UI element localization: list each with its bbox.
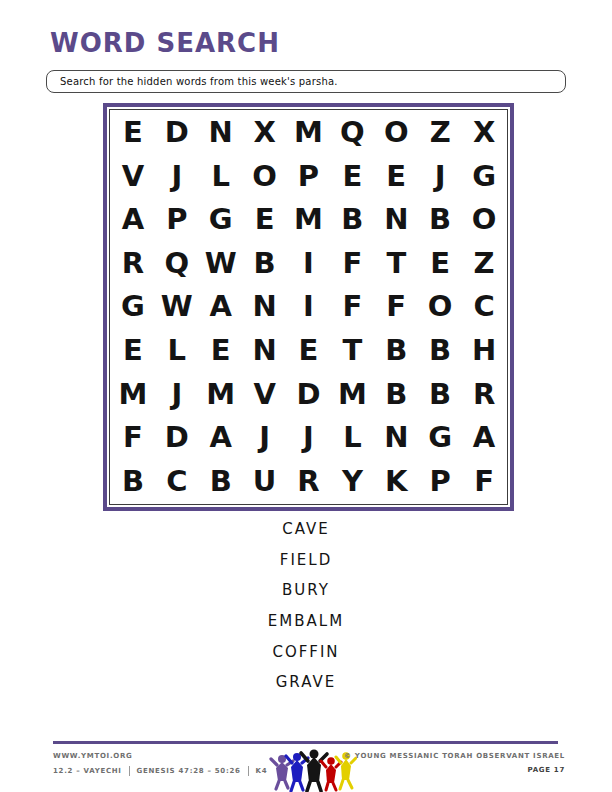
grid-cell-r2c1[interactable]: V (111, 155, 155, 199)
grid-cell-r5c6[interactable]: F (330, 285, 374, 329)
word-item-grave: GRAVE (0, 667, 612, 698)
word-item-field: FIELD (0, 545, 612, 576)
grid-cell-r4c8[interactable]: E (418, 242, 462, 286)
grid-cell-r4c1[interactable]: R (111, 242, 155, 286)
grid-cell-r9c3[interactable]: B (199, 459, 243, 503)
grid-cell-r8c5[interactable]: J (287, 416, 331, 460)
grid-cell-r4c3[interactable]: W (199, 242, 243, 286)
footer-scripture: GENESIS 47:28 – 50:26 (137, 767, 241, 775)
grid-cell-r7c4[interactable]: V (243, 372, 287, 416)
worksheet-page: WORD SEARCH Search for the hidden words … (0, 0, 612, 792)
grid-cell-r9c5[interactable]: R (287, 459, 331, 503)
grid-cell-r7c7[interactable]: B (374, 372, 418, 416)
grid-cell-r8c3[interactable]: A (199, 416, 243, 460)
grid-cell-r4c7[interactable]: T (374, 242, 418, 286)
page-title: WORD SEARCH (50, 28, 280, 58)
grid-cell-r9c8[interactable]: P (418, 459, 462, 503)
grid-cell-r6c2[interactable]: L (155, 329, 199, 373)
grid-cell-r8c7[interactable]: N (374, 416, 418, 460)
grid-cell-r3c2[interactable]: P (155, 198, 199, 242)
grid-cell-r1c1[interactable]: E (111, 111, 155, 155)
grid-cell-r1c9[interactable]: X (462, 111, 506, 155)
footer-left: WWW.YMTOI.ORG 12.2 – VAYECHI GENESIS 47:… (53, 752, 267, 776)
grid-cell-r4c5[interactable]: I (287, 242, 331, 286)
footer-lesson: 12.2 – VAYECHI (53, 767, 122, 775)
grid-cell-r3c7[interactable]: N (374, 198, 418, 242)
grid-cell-r3c1[interactable]: A (111, 198, 155, 242)
grid-cell-r6c6[interactable]: T (330, 329, 374, 373)
grid-cell-r8c4[interactable]: J (243, 416, 287, 460)
grid-cell-r6c3[interactable]: E (199, 329, 243, 373)
grid-cell-r1c3[interactable]: N (199, 111, 243, 155)
logo-figure-red (321, 757, 341, 790)
grid-cell-r5c2[interactable]: W (155, 285, 199, 329)
grid-cell-r2c3[interactable]: L (199, 155, 243, 199)
word-item-cave: CAVE (0, 514, 612, 545)
grid-cell-r7c6[interactable]: M (330, 372, 374, 416)
grid-cell-r5c7[interactable]: F (374, 285, 418, 329)
footer-divider (53, 741, 558, 744)
logo-figure-black (301, 750, 327, 792)
grid-cell-r5c3[interactable]: A (199, 285, 243, 329)
footer-right: © YOUNG MESSIANIC TORAH OBSERVANT ISRAEL… (344, 752, 565, 774)
grid-cell-r4c4[interactable]: B (243, 242, 287, 286)
grid-cell-r7c1[interactable]: M (111, 372, 155, 416)
grid-cell-r9c9[interactable]: F (462, 459, 506, 503)
grid-cell-r3c9[interactable]: O (462, 198, 506, 242)
word-search-board: EDNXMQOZXVJLOPEEJGAPGEMBNBORQWBIFTEZGWAN… (103, 103, 514, 511)
footer-separator (248, 766, 249, 776)
grid-cell-r1c8[interactable]: Z (418, 111, 462, 155)
word-item-embalm: EMBALM (0, 606, 612, 637)
grid-cell-r4c6[interactable]: F (330, 242, 374, 286)
grid-cell-r1c5[interactable]: M (287, 111, 331, 155)
grid-cell-r6c1[interactable]: E (111, 329, 155, 373)
grid-cell-r2c5[interactable]: P (287, 155, 331, 199)
word-grid: EDNXMQOZXVJLOPEEJGAPGEMBNBORQWBIFTEZGWAN… (111, 111, 506, 503)
grid-cell-r1c4[interactable]: X (243, 111, 287, 155)
grid-cell-r9c2[interactable]: C (155, 459, 199, 503)
grid-cell-r8c6[interactable]: L (330, 416, 374, 460)
grid-cell-r2c8[interactable]: J (418, 155, 462, 199)
footer-copyright: © YOUNG MESSIANIC TORAH OBSERVANT ISRAEL (344, 752, 565, 760)
grid-cell-r1c7[interactable]: O (374, 111, 418, 155)
grid-cell-r7c5[interactable]: D (287, 372, 331, 416)
grid-cell-r2c9[interactable]: G (462, 155, 506, 199)
grid-cell-r6c8[interactable]: B (418, 329, 462, 373)
grid-cell-r6c5[interactable]: E (287, 329, 331, 373)
grid-cell-r7c2[interactable]: J (155, 372, 199, 416)
instruction-box: Search for the hidden words from this we… (46, 70, 566, 93)
grid-cell-r5c4[interactable]: N (243, 285, 287, 329)
grid-cell-r3c3[interactable]: G (199, 198, 243, 242)
grid-cell-r3c8[interactable]: B (418, 198, 462, 242)
grid-cell-r6c7[interactable]: B (374, 329, 418, 373)
grid-cell-r2c7[interactable]: E (374, 155, 418, 199)
grid-cell-r9c7[interactable]: K (374, 459, 418, 503)
grid-cell-r3c5[interactable]: M (287, 198, 331, 242)
grid-cell-r8c8[interactable]: G (418, 416, 462, 460)
grid-cell-r4c9[interactable]: Z (462, 242, 506, 286)
footer-page-number: PAGE 17 (344, 766, 565, 774)
grid-cell-r2c6[interactable]: E (330, 155, 374, 199)
grid-cell-r2c4[interactable]: O (243, 155, 287, 199)
grid-cell-r7c3[interactable]: M (199, 372, 243, 416)
grid-cell-r8c1[interactable]: F (111, 416, 155, 460)
instruction-text: Search for the hidden words from this we… (60, 76, 338, 87)
grid-cell-r5c8[interactable]: O (418, 285, 462, 329)
grid-cell-r3c4[interactable]: E (243, 198, 287, 242)
grid-cell-r4c2[interactable]: Q (155, 242, 199, 286)
word-item-coffin: COFFIN (0, 636, 612, 667)
grid-cell-r5c1[interactable]: G (111, 285, 155, 329)
grid-cell-r7c9[interactable]: R (462, 372, 506, 416)
grid-cell-r8c9[interactable]: A (462, 416, 506, 460)
footer-website[interactable]: WWW.YMTOI.ORG (53, 752, 267, 760)
footer-separator (129, 766, 130, 776)
grid-cell-r7c8[interactable]: B (418, 372, 462, 416)
grid-cell-r1c2[interactable]: D (155, 111, 199, 155)
word-item-bury: BURY (0, 575, 612, 606)
grid-cell-r9c1[interactable]: B (111, 459, 155, 503)
grid-cell-r5c9[interactable]: C (462, 285, 506, 329)
grid-cell-r6c9[interactable]: H (462, 329, 506, 373)
grid-cell-r9c4[interactable]: U (243, 459, 287, 503)
word-list: CAVEFIELDBURYEMBALMCOFFINGRAVE (0, 514, 612, 698)
grid-cell-r9c6[interactable]: Y (330, 459, 374, 503)
grid-cell-r3c6[interactable]: B (330, 198, 374, 242)
footer-code: K4 (256, 767, 268, 775)
grid-cell-r8c2[interactable]: D (155, 416, 199, 460)
grid-cell-r1c6[interactable]: Q (330, 111, 374, 155)
grid-cell-r2c2[interactable]: J (155, 155, 199, 199)
grid-cell-r5c5[interactable]: I (287, 285, 331, 329)
grid-cell-r6c4[interactable]: N (243, 329, 287, 373)
